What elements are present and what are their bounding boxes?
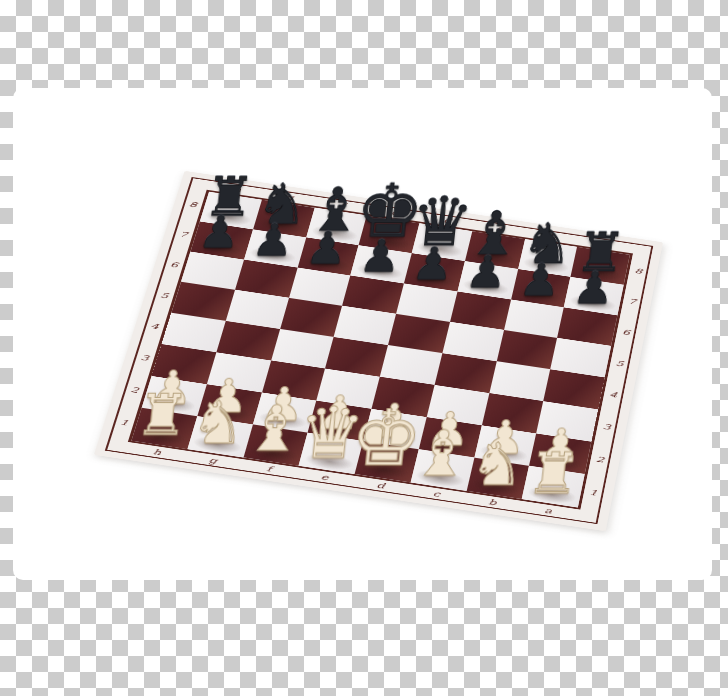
rank-label-4: 4 xyxy=(602,378,624,412)
piece-black-pawn: ♟ xyxy=(250,218,296,263)
square-f4 xyxy=(271,329,334,369)
piece-black-pawn: ♟ xyxy=(304,226,350,271)
piece-black-pawn: ♟ xyxy=(197,210,243,255)
square-g4 xyxy=(216,321,280,361)
square-e7: ♟ xyxy=(351,245,412,283)
square-d1: ♚ xyxy=(355,441,419,482)
square-b5 xyxy=(496,330,557,369)
piece-white-knight: ♞ xyxy=(188,393,249,452)
square-g6 xyxy=(235,259,297,298)
chess-set-photo: hgfedcba hgfedcba 87654321 87654321 ♜♞♝♚… xyxy=(0,0,728,696)
piece-black-pawn: ♟ xyxy=(410,241,456,286)
square-c1: ♝ xyxy=(410,449,473,490)
piece-white-rook: ♜ xyxy=(133,387,191,444)
square-c4 xyxy=(434,353,496,393)
square-c6 xyxy=(450,291,511,330)
piece-white-knight: ♞ xyxy=(467,435,528,494)
rank-label-2: 2 xyxy=(589,442,612,477)
square-a1: ♜ xyxy=(522,466,585,508)
rank-label-3: 3 xyxy=(595,410,618,445)
piece-black-pawn: ♟ xyxy=(357,233,403,278)
piece-black-pawn: ♟ xyxy=(570,265,616,310)
chess-board-mat: hgfedcba hgfedcba 87654321 87654321 ♜♞♝♚… xyxy=(94,171,663,531)
rank-label-1: 1 xyxy=(582,475,605,511)
square-b1: ♞ xyxy=(466,458,529,499)
piece-black-pawn: ♟ xyxy=(464,249,510,294)
piece-white-bishop: ♝ xyxy=(410,422,475,485)
square-f6 xyxy=(289,267,351,306)
square-d5 xyxy=(388,314,450,353)
rank-label-5: 5 xyxy=(609,347,631,381)
piece-black-pawn: ♟ xyxy=(517,257,563,302)
square-h1: ♜ xyxy=(131,408,197,449)
square-a6 xyxy=(557,307,617,346)
rank-label-6: 6 xyxy=(615,316,637,349)
piece-white-rook: ♜ xyxy=(524,445,582,502)
rank-label-8: 8 xyxy=(628,255,650,287)
square-g7: ♟ xyxy=(244,229,306,267)
rank-label-7: 7 xyxy=(621,285,643,318)
